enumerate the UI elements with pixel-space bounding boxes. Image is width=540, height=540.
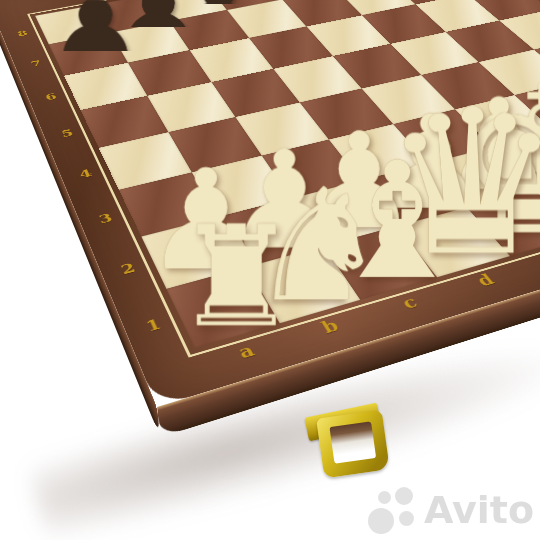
avito-logo-icon	[368, 486, 422, 534]
clasp-ring-hole	[329, 421, 376, 463]
avito-watermark-text: Avito	[424, 488, 534, 532]
scene: 12345678 abcdefgh ♜♞♝♛♚♝♞♜♟♟♟♟♟♟♟♟♟♟♟♟♟♟…	[0, 0, 540, 540]
chess-set-photo: 12345678 abcdefgh ♜♞♝♛♚♝♞♜♟♟♟♟♟♟♟♟♟♟♟♟♟♟…	[0, 0, 540, 540]
avito-watermark: Avito	[368, 486, 534, 534]
brass-clasp	[296, 396, 400, 484]
clasp-ring	[316, 410, 390, 479]
chess-board: 12345678 abcdefgh ♜♞♝♛♚♝♞♜♟♟♟♟♟♟♟♟♟♟♟♟♟♟…	[0, 0, 540, 407]
